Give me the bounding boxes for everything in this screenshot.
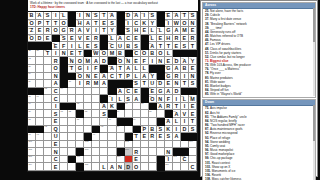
grid-cell[interactable]: E [133, 156, 141, 164]
grid-cell[interactable]: L [141, 65, 149, 73]
grid-cell[interactable]: 12A [133, 12, 141, 20]
grid-cell[interactable]: 17T [181, 12, 189, 20]
grid-cell[interactable]: A [108, 163, 116, 171]
grid-cell[interactable]: F [60, 42, 68, 50]
grid-cell[interactable] [189, 156, 197, 164]
grid-cell[interactable]: C [108, 73, 116, 81]
grid-cell[interactable]: B [149, 50, 157, 58]
grid-cell[interactable]: L [117, 95, 125, 103]
grid-cell[interactable] [60, 141, 68, 149]
grid-cell[interactable]: F [165, 95, 173, 103]
grid-cell[interactable]: R [165, 103, 173, 111]
grid-cell[interactable]: I [68, 42, 76, 50]
grid-cell[interactable]: I [181, 118, 189, 126]
scrollbar-thumb[interactable] [313, 105, 315, 140]
grid-cell[interactable]: 27O [28, 35, 36, 43]
grid-cell[interactable] [44, 141, 52, 149]
grid-cell[interactable] [133, 141, 141, 149]
grid-cell[interactable]: K [165, 126, 173, 134]
grid-cell[interactable] [108, 133, 116, 141]
grid-cell[interactable]: I [76, 80, 84, 88]
grid-cell[interactable]: C [52, 88, 60, 96]
grid-cell[interactable]: D [100, 57, 108, 65]
grid-cell[interactable]: T [117, 65, 125, 73]
grid-cell[interactable] [133, 103, 141, 111]
grid-cell[interactable]: 113C [181, 156, 189, 164]
grid-cell[interactable]: 32E [52, 42, 60, 50]
grid-cell[interactable]: A [165, 88, 173, 96]
grid-cell[interactable]: T [76, 50, 84, 58]
grid-cell[interactable] [181, 163, 189, 171]
grid-cell[interactable]: T [100, 27, 108, 35]
grid-cell[interactable] [173, 141, 181, 149]
grid-cell[interactable]: 5L [60, 12, 68, 20]
grid-cell[interactable]: 85 [149, 110, 157, 118]
grid-cell[interactable] [100, 148, 108, 156]
grid-cell[interactable]: O [60, 20, 68, 28]
grid-cell[interactable] [117, 133, 125, 141]
grid-cell[interactable]: A [52, 80, 60, 88]
grid-cell[interactable] [84, 88, 92, 96]
grid-cell[interactable] [44, 163, 52, 171]
grid-cell[interactable]: P [36, 20, 44, 28]
grid-cell[interactable] [181, 141, 189, 149]
grid-cell[interactable]: 8S [92, 12, 100, 20]
grid-cell[interactable] [92, 148, 100, 156]
grid-cell[interactable]: R [173, 35, 181, 43]
grid-cell[interactable]: N [189, 73, 197, 81]
across-scrollbar[interactable] [313, 8, 315, 96]
grid-cell[interactable]: I [181, 73, 189, 81]
grid-cell[interactable]: 60 [68, 80, 76, 88]
grid-cell[interactable]: 89 [108, 118, 116, 126]
grid-cell[interactable]: T [189, 42, 197, 50]
grid-cell[interactable]: A [173, 27, 181, 35]
grid-cell[interactable] [68, 95, 76, 103]
grid-cell[interactable]: 38W [92, 50, 100, 58]
grid-cell[interactable]: U [52, 133, 60, 141]
grid-cell[interactable]: 93 [100, 126, 108, 134]
grid-cell[interactable] [44, 133, 52, 141]
grid-cell[interactable]: B [181, 65, 189, 73]
grid-cell[interactable]: 25S [125, 27, 133, 35]
grid-cell[interactable] [84, 118, 92, 126]
grid-cell[interactable] [44, 73, 52, 81]
grid-cell[interactable]: 4I [52, 12, 60, 20]
grid-cell[interactable]: N [84, 73, 92, 81]
grid-cell[interactable]: 62D [157, 80, 165, 88]
down-scrollbar[interactable] [313, 105, 315, 180]
grid-cell[interactable]: M [108, 50, 116, 58]
grid-cell[interactable] [60, 163, 68, 171]
grid-cell[interactable] [36, 110, 44, 118]
grid-cell[interactable] [36, 73, 44, 81]
grid-cell[interactable]: E [52, 141, 60, 149]
grid-cell[interactable]: L [76, 42, 84, 50]
grid-cell[interactable]: 84 [117, 110, 125, 118]
grid-cell[interactable] [108, 148, 116, 156]
grid-cell[interactable]: 65A [117, 88, 125, 96]
grid-cell[interactable]: V [84, 27, 92, 35]
grid-cell[interactable] [149, 118, 157, 126]
grid-cell[interactable]: C [133, 20, 141, 28]
grid-cell[interactable]: E [133, 35, 141, 43]
grid-cell[interactable]: R [149, 133, 157, 141]
grid-cell[interactable]: 56A [100, 73, 108, 81]
grid-cell[interactable]: 115 [84, 163, 92, 171]
grid-cell[interactable] [60, 156, 68, 164]
grid-cell[interactable] [68, 163, 76, 171]
grid-cell[interactable] [100, 156, 108, 164]
grid-cell[interactable] [108, 141, 116, 149]
grid-cell[interactable]: 39O [100, 50, 108, 58]
grid-cell[interactable]: W [173, 20, 181, 28]
grid-cell[interactable]: M [181, 27, 189, 35]
grid-cell[interactable] [92, 88, 100, 96]
grid-cell[interactable]: I [92, 27, 100, 35]
grid-cell[interactable]: C [125, 35, 133, 43]
grid-cell[interactable]: 81 [60, 110, 68, 118]
grid-cell[interactable]: A [173, 133, 181, 141]
grid-cell[interactable] [125, 156, 133, 164]
grid-cell[interactable]: R [92, 35, 100, 43]
grid-cell[interactable] [173, 163, 181, 171]
grid-cell[interactable]: D [36, 35, 44, 43]
grid-cell[interactable]: 36 [36, 50, 44, 58]
grid-cell[interactable] [36, 163, 44, 171]
grid-cell[interactable] [149, 156, 157, 164]
grid-cell[interactable]: V [181, 110, 189, 118]
grid-cell[interactable] [92, 103, 100, 111]
grid-cell[interactable]: E [68, 35, 76, 43]
grid-cell[interactable] [84, 126, 92, 134]
grid-cell[interactable]: A [173, 65, 181, 73]
grid-cell[interactable]: 20H [76, 20, 84, 28]
grid-cell[interactable]: O [133, 163, 141, 171]
grid-cell[interactable]: 13I [141, 12, 149, 20]
grid-cell[interactable] [117, 141, 125, 149]
grid-cell[interactable] [68, 148, 76, 156]
grid-cell[interactable]: E [189, 110, 197, 118]
grid-cell[interactable] [92, 163, 100, 171]
grid-cell[interactable]: T [141, 80, 149, 88]
grid-cell[interactable]: 52A [108, 65, 116, 73]
grid-cell[interactable]: T [181, 80, 189, 88]
grid-cell[interactable] [76, 133, 84, 141]
grid-cell[interactable]: 94 [117, 126, 125, 134]
grid-cell[interactable]: I [181, 103, 189, 111]
grid-cell[interactable] [100, 133, 108, 141]
grid-cell[interactable]: 55O [76, 73, 84, 81]
grid-cell[interactable] [60, 95, 68, 103]
grid-cell[interactable]: 66C [125, 88, 133, 96]
grid-cell[interactable]: E [92, 73, 100, 81]
grid-cell[interactable] [36, 141, 44, 149]
grid-cell[interactable]: 77 [125, 103, 133, 111]
grid-cell[interactable]: T [92, 20, 100, 28]
grid-cell[interactable]: E [173, 42, 181, 50]
grid-cell[interactable]: 2A [36, 12, 44, 20]
grid-cell[interactable]: 61S [133, 80, 141, 88]
grid-cell[interactable]: 73M [189, 95, 197, 103]
grid-cell[interactable]: 109 [76, 156, 84, 164]
grid-cell[interactable]: 91A [165, 118, 173, 126]
grid-cell[interactable] [68, 118, 76, 126]
grid-cell[interactable] [68, 126, 76, 134]
grid-cell[interactable]: E [44, 35, 52, 43]
clue-item[interactable]: 85. Wife in "Wayne's World" [203, 92, 315, 96]
grid-cell[interactable]: E [133, 88, 141, 96]
grid-cell[interactable]: E [52, 163, 60, 171]
grid-cell[interactable]: T [157, 42, 165, 50]
grid-cell[interactable]: 46N [125, 57, 133, 65]
grid-cell[interactable]: C [52, 95, 60, 103]
grid-cell[interactable]: 70I [108, 95, 116, 103]
grid-cell[interactable] [44, 95, 52, 103]
grid-cell[interactable] [76, 126, 84, 134]
grid-cell[interactable]: G [157, 88, 165, 96]
grid-cell[interactable]: G [165, 27, 173, 35]
grid-cell[interactable] [149, 148, 157, 156]
grid-cell[interactable]: 95P [141, 126, 149, 134]
grid-cell[interactable]: 78 [141, 103, 149, 111]
grid-cell[interactable]: E [133, 57, 141, 65]
grid-cell[interactable]: 22I [165, 20, 173, 28]
grid-cell[interactable] [68, 141, 76, 149]
grid-cell[interactable]: L [100, 163, 108, 171]
grid-cell[interactable]: O [52, 27, 60, 35]
grid-cell[interactable] [36, 80, 44, 88]
grid-cell[interactable]: T [189, 118, 197, 126]
grid-cell[interactable]: A [76, 27, 84, 35]
grid-cell[interactable] [68, 133, 76, 141]
grid-cell[interactable]: 106 [84, 148, 92, 156]
grid-cell[interactable]: U [117, 42, 125, 50]
grid-cell[interactable] [44, 57, 52, 65]
grid-cell[interactable]: 99 [92, 133, 100, 141]
grid-cell[interactable]: B [125, 42, 133, 50]
grid-cell[interactable]: 33C [108, 42, 116, 50]
grid-cell[interactable]: 7N [84, 12, 92, 20]
grid-cell[interactable]: 82 [68, 110, 76, 118]
grid-cell[interactable]: 112 [173, 156, 181, 164]
grid-cell[interactable]: 41O [141, 50, 149, 58]
grid-cell[interactable]: 96S [157, 126, 165, 134]
grid-cell[interactable]: 57Y [149, 73, 157, 81]
grid-cell[interactable]: S [165, 133, 173, 141]
grid-cell[interactable]: O [76, 57, 84, 65]
grid-cell[interactable]: 83 [84, 110, 92, 118]
grid-cell[interactable]: R [133, 148, 141, 156]
grid-cell[interactable] [92, 118, 100, 126]
grid-cell[interactable]: S [100, 110, 108, 118]
grid-cell[interactable]: 110 [117, 156, 125, 164]
grid-cell[interactable]: E [189, 27, 197, 35]
grid-cell[interactable]: L [133, 65, 141, 73]
grid-cell[interactable]: I [173, 126, 181, 134]
grid-cell[interactable]: C [189, 163, 197, 171]
grid-cell[interactable]: D [181, 126, 189, 134]
grid-cell[interactable] [84, 95, 92, 103]
grid-cell[interactable]: S [181, 42, 189, 50]
grid-cell[interactable]: I [149, 57, 157, 65]
grid-cell[interactable]: 104 [189, 141, 197, 149]
grid-cell[interactable]: 51T [68, 65, 76, 73]
grid-cell[interactable] [92, 95, 100, 103]
grid-cell[interactable]: C [52, 156, 60, 164]
grid-cell[interactable]: 114 [28, 163, 36, 171]
grid-cell[interactable]: 87 [28, 118, 36, 126]
grid-cell[interactable]: S [52, 110, 60, 118]
grid-cell[interactable] [157, 141, 165, 149]
grid-cell[interactable] [149, 163, 157, 171]
grid-cell[interactable] [36, 118, 44, 126]
grid-cell[interactable]: 71O [149, 95, 157, 103]
clue-item[interactable]: 108. Moss catcher likeness [203, 177, 315, 180]
grid-cell[interactable] [100, 88, 108, 96]
grid-cell[interactable]: S [189, 126, 197, 134]
grid-cell[interactable]: R [189, 35, 197, 43]
grid-cell[interactable]: 26L [157, 27, 165, 35]
grid-cell[interactable]: O [157, 50, 165, 58]
grid-cell[interactable]: 49Y [189, 57, 197, 65]
grid-cell[interactable] [36, 57, 44, 65]
grid-cell[interactable] [60, 133, 68, 141]
grid-cell[interactable]: E [165, 80, 173, 88]
grid-cell[interactable]: 48A [181, 57, 189, 65]
grid-cell[interactable]: B [149, 126, 157, 134]
grid-cell[interactable]: 3S [44, 12, 52, 20]
grid-cell[interactable] [141, 148, 149, 156]
grid-cell[interactable]: 24R [68, 27, 76, 35]
grid-cell[interactable]: 9T [100, 12, 108, 20]
grid-cell[interactable]: 37T [44, 50, 52, 58]
grid-cell[interactable]: Y [149, 20, 157, 28]
grid-cell[interactable] [36, 103, 44, 111]
grid-cell[interactable]: E [100, 20, 108, 28]
grid-cell[interactable]: 116 [165, 163, 173, 171]
grid-cell[interactable]: P [125, 73, 133, 81]
grid-cell[interactable]: I [52, 50, 60, 58]
grid-cell[interactable]: A [133, 95, 141, 103]
grid-cell[interactable] [100, 141, 108, 149]
grid-cell[interactable] [76, 141, 84, 149]
grid-cell[interactable]: O [181, 20, 189, 28]
grid-cell[interactable]: H [133, 27, 141, 35]
grid-cell[interactable]: 59 [28, 80, 36, 88]
grid-cell[interactable]: 107 [125, 148, 133, 156]
grid-cell[interactable]: R [52, 57, 60, 65]
grid-cell[interactable]: A [92, 57, 100, 65]
grid-cell[interactable]: E [157, 35, 165, 43]
grid-cell[interactable] [44, 156, 52, 164]
grid-cell[interactable]: A [84, 20, 92, 28]
grid-cell[interactable]: 86A [173, 110, 181, 118]
grid-cell[interactable] [44, 65, 52, 73]
grid-cell[interactable]: 75 [76, 103, 84, 111]
grid-cell[interactable]: A [141, 73, 149, 81]
grid-cell[interactable] [125, 110, 133, 118]
grid-cell[interactable]: 30A [117, 35, 125, 43]
grid-cell[interactable]: 98 [36, 133, 44, 141]
grid-cell[interactable]: E [141, 133, 149, 141]
grid-cell[interactable]: E [181, 35, 189, 43]
grid-cell[interactable]: 14S [149, 12, 157, 20]
grid-cell[interactable]: 92 [44, 126, 52, 134]
grid-cell[interactable]: 64 [60, 88, 68, 96]
crossword-grid[interactable]: 1B2A3S4I5L6I7N8S9T10A11D12A13I14S15E16A1… [27, 11, 198, 172]
grid-cell[interactable] [36, 148, 44, 156]
grid-cell[interactable]: E [36, 27, 44, 35]
grid-cell[interactable] [108, 156, 116, 164]
grid-cell[interactable]: F [92, 65, 100, 73]
grid-cell[interactable]: N [52, 148, 60, 156]
grid-cell[interactable] [36, 65, 44, 73]
grid-cell[interactable]: E [141, 27, 149, 35]
grid-cell[interactable]: 10A [108, 12, 116, 20]
grid-cell[interactable]: A [100, 80, 108, 88]
grid-cell[interactable]: R [44, 27, 52, 35]
grid-cell[interactable]: N [60, 50, 68, 58]
grid-cell[interactable] [165, 141, 173, 149]
grid-cell[interactable] [76, 88, 84, 96]
grid-cell[interactable]: E [157, 133, 165, 141]
grid-cell[interactable] [149, 141, 157, 149]
grid-cell[interactable]: S [108, 20, 116, 28]
grid-cell[interactable]: 45O [117, 57, 125, 65]
grid-cell[interactable]: T [117, 73, 125, 81]
grid-cell[interactable]: I [173, 95, 181, 103]
grid-cell[interactable]: I [84, 65, 92, 73]
grid-cell[interactable] [60, 126, 68, 134]
grid-cell[interactable]: 90 [133, 118, 141, 126]
grid-cell[interactable]: H [165, 35, 173, 43]
grid-cell[interactable]: 63 [44, 88, 52, 96]
grid-cell[interactable] [68, 88, 76, 96]
grid-cell[interactable]: E [52, 118, 60, 126]
grid-cell[interactable] [36, 156, 44, 164]
grid-cell[interactable]: 28S [60, 35, 68, 43]
grid-cell[interactable]: Q [52, 126, 60, 134]
grid-cell[interactable]: 76A [100, 103, 108, 111]
grid-cell[interactable]: D [125, 163, 133, 171]
grid-cell[interactable]: R [173, 73, 181, 81]
grid-cell[interactable]: 34A [149, 42, 157, 50]
grid-cell[interactable]: E [84, 42, 92, 50]
grid-cell[interactable] [92, 110, 100, 118]
grid-cell[interactable] [60, 148, 68, 156]
grid-cell[interactable] [141, 110, 149, 118]
scrollbar-thumb[interactable] [313, 8, 315, 42]
grid-cell[interactable]: N [157, 57, 165, 65]
grid-cell[interactable]: O [52, 65, 60, 73]
grid-cell[interactable] [157, 110, 165, 118]
grid-cell[interactable]: L [165, 50, 173, 58]
grid-cell[interactable]: I [52, 103, 60, 111]
grid-cell[interactable] [189, 148, 197, 156]
grid-cell[interactable] [141, 156, 149, 164]
grid-cell[interactable]: E [189, 103, 197, 111]
grid-cell[interactable]: L [173, 118, 181, 126]
grid-cell[interactable]: K [108, 103, 116, 111]
grid-cell[interactable] [92, 156, 100, 164]
grid-cell[interactable] [108, 126, 116, 134]
grid-cell[interactable]: T [44, 20, 52, 28]
grid-cell[interactable]: 69 [36, 95, 44, 103]
grid-cell[interactable]: 44M [84, 57, 92, 65]
grid-cell[interactable]: 58G [165, 73, 173, 81]
grid-cell[interactable]: N [173, 80, 181, 88]
